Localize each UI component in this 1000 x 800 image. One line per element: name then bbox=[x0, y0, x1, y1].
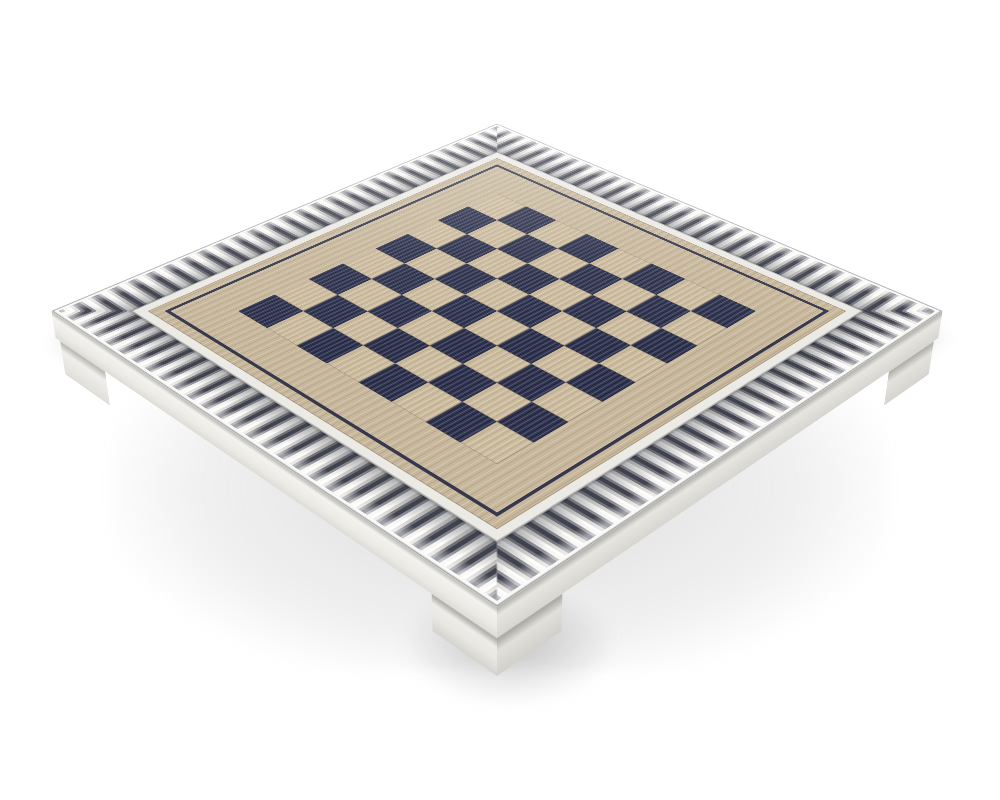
product-photo-scene bbox=[0, 0, 1000, 800]
